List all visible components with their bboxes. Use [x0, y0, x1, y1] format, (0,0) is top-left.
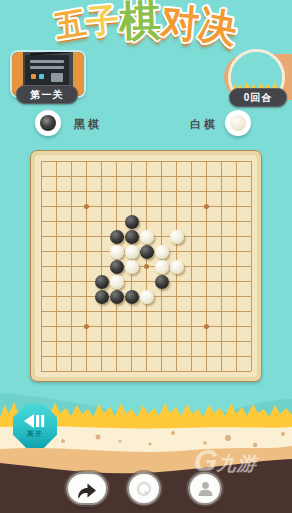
black-stone-icon [40, 115, 56, 131]
stone-white [170, 260, 184, 274]
gomoku-board[interactable] [30, 150, 262, 382]
grid-line-h [41, 356, 251, 357]
title-char: 棋 [118, 0, 161, 43]
level-badge: 第一关 [16, 85, 78, 104]
stone-black [125, 215, 139, 229]
title-char: 决 [196, 5, 240, 49]
stone-white [125, 245, 139, 259]
machine-slat [30, 66, 64, 69]
white-stone-icon [230, 115, 246, 131]
grid-line-v [221, 161, 222, 371]
stone-white [140, 230, 154, 244]
share-icon [74, 478, 100, 500]
stone-black [110, 260, 124, 274]
star-point [84, 204, 89, 209]
grid-line-h [41, 371, 251, 372]
stone-black [110, 230, 124, 244]
game-title: 五子棋对决 [0, 0, 292, 52]
share-button[interactable] [66, 472, 108, 505]
stone-white [140, 290, 154, 304]
star-point [84, 324, 89, 329]
grid-line-v [251, 161, 252, 371]
star-point [204, 204, 209, 209]
stone-white [170, 230, 184, 244]
machine-slat [30, 60, 64, 63]
board-field[interactable] [35, 155, 257, 377]
watermark-text: 九游 [216, 454, 258, 473]
machine-screen [51, 73, 63, 82]
stone-black [125, 230, 139, 244]
stone-black [125, 290, 139, 304]
grid-line-h [41, 341, 251, 342]
white-player-indicator [225, 110, 251, 136]
grid-line-h [41, 281, 251, 282]
black-player-indicator [35, 110, 61, 136]
game-screen: 五子棋对决 第一关 0回合 黑棋 白棋 [0, 0, 292, 513]
stone-black [140, 245, 154, 259]
machine-button [31, 74, 36, 79]
round-counter-badge: 0回合 [229, 88, 287, 107]
title-char: 五 [53, 7, 89, 43]
title-char: 子 [85, 3, 121, 39]
stone-white [110, 245, 124, 259]
stone-black [110, 290, 124, 304]
title-char: 对 [159, 2, 200, 43]
leave-icon [24, 414, 46, 428]
star-point [204, 324, 209, 329]
stone-black [95, 290, 109, 304]
restart-button[interactable] [127, 472, 161, 505]
profile-button[interactable] [188, 472, 222, 505]
stone-black [155, 275, 169, 289]
leave-button-label: 离开 [27, 429, 43, 439]
person-icon [197, 481, 214, 497]
stone-white [155, 245, 169, 259]
restart-icon [135, 480, 153, 498]
star-point [144, 264, 149, 269]
leave-button[interactable]: 离开 [13, 404, 57, 448]
machine-button [39, 74, 44, 79]
stone-white [125, 260, 139, 274]
stone-white [155, 260, 169, 274]
grid-line-v [191, 161, 192, 371]
stone-white [110, 275, 124, 289]
grid-line-v [206, 161, 207, 371]
white-player-label: 白棋 [190, 117, 218, 132]
black-player-label: 黑棋 [74, 117, 102, 132]
stone-black [95, 275, 109, 289]
grid-line-h [41, 311, 251, 312]
grid-line-h [41, 326, 251, 327]
grid-line-v [236, 161, 237, 371]
